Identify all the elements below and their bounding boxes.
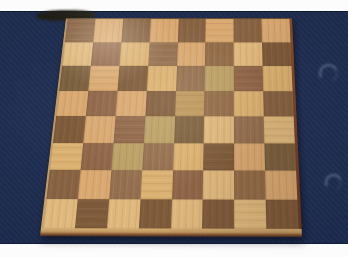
board-square-c1 bbox=[107, 199, 141, 229]
board-square-g8 bbox=[234, 19, 262, 42]
board-square-a2 bbox=[46, 170, 80, 199]
board-square-e3 bbox=[173, 143, 204, 171]
board-square-d7 bbox=[148, 42, 178, 66]
board-square-d6 bbox=[146, 66, 176, 91]
board-square-h4 bbox=[264, 116, 295, 143]
board-square-g1 bbox=[234, 199, 266, 229]
photo-frame bbox=[0, 0, 348, 257]
board-square-d4 bbox=[143, 116, 174, 143]
board-square-a6 bbox=[59, 66, 90, 91]
board-square-f7 bbox=[205, 42, 234, 66]
board-square-h5 bbox=[263, 91, 293, 117]
board-square-a8 bbox=[65, 19, 95, 42]
board-square-b5 bbox=[86, 90, 118, 116]
board-square-e7 bbox=[177, 42, 206, 66]
board-square-h8 bbox=[262, 19, 291, 42]
board-square-b2 bbox=[78, 170, 111, 199]
board-square-g3 bbox=[234, 143, 265, 171]
board-square-g4 bbox=[234, 116, 264, 143]
board-square-b1 bbox=[75, 199, 109, 229]
board-square-e5 bbox=[175, 91, 205, 117]
board-square-h6 bbox=[263, 66, 293, 91]
board-square-b7 bbox=[91, 42, 121, 66]
board-square-f2 bbox=[203, 170, 234, 199]
board-square-a3 bbox=[50, 143, 83, 171]
board-square-g5 bbox=[234, 91, 264, 117]
board-square-b6 bbox=[88, 66, 119, 91]
board-square-b3 bbox=[80, 143, 113, 171]
board-square-a7 bbox=[62, 42, 93, 66]
board-square-g2 bbox=[234, 170, 266, 199]
board-square-c7 bbox=[119, 42, 149, 66]
board-edge-bottom bbox=[40, 228, 302, 237]
board-square-e8 bbox=[177, 19, 206, 42]
photo-margin-bottom bbox=[0, 244, 348, 257]
chessboard bbox=[40, 18, 302, 237]
board-grid bbox=[43, 19, 299, 229]
board-square-g7 bbox=[234, 42, 263, 66]
board-square-c4 bbox=[113, 116, 145, 143]
board-square-d8 bbox=[149, 19, 178, 42]
board-square-c5 bbox=[115, 91, 146, 117]
board-square-c8 bbox=[121, 19, 150, 42]
board-square-d3 bbox=[142, 143, 174, 171]
board-square-d1 bbox=[139, 199, 172, 229]
board-square-h7 bbox=[262, 42, 291, 66]
board-square-f4 bbox=[204, 116, 234, 143]
board-square-e4 bbox=[174, 116, 205, 143]
board-square-e6 bbox=[176, 66, 206, 91]
board-square-h3 bbox=[265, 143, 297, 171]
board-square-a1 bbox=[43, 198, 78, 228]
board-square-c6 bbox=[117, 66, 148, 91]
board-square-b8 bbox=[93, 19, 123, 42]
board-square-e1 bbox=[170, 199, 202, 229]
board-square-h1 bbox=[266, 199, 299, 229]
board-square-e2 bbox=[172, 170, 204, 199]
board-square-a5 bbox=[56, 90, 88, 116]
board-square-f3 bbox=[203, 143, 234, 171]
board-square-g6 bbox=[234, 66, 263, 91]
board-square-d5 bbox=[145, 91, 176, 117]
board-square-f1 bbox=[202, 199, 234, 229]
board-square-f6 bbox=[205, 66, 234, 91]
board-square-h2 bbox=[265, 171, 297, 200]
board-square-d2 bbox=[140, 170, 172, 199]
board-square-c2 bbox=[109, 170, 142, 199]
board-square-f8 bbox=[206, 19, 234, 42]
board-square-b4 bbox=[83, 116, 115, 143]
photo-margin-top bbox=[0, 0, 348, 11]
board-square-a4 bbox=[53, 116, 86, 143]
board-square-c3 bbox=[111, 143, 143, 171]
board-square-f5 bbox=[204, 91, 234, 117]
